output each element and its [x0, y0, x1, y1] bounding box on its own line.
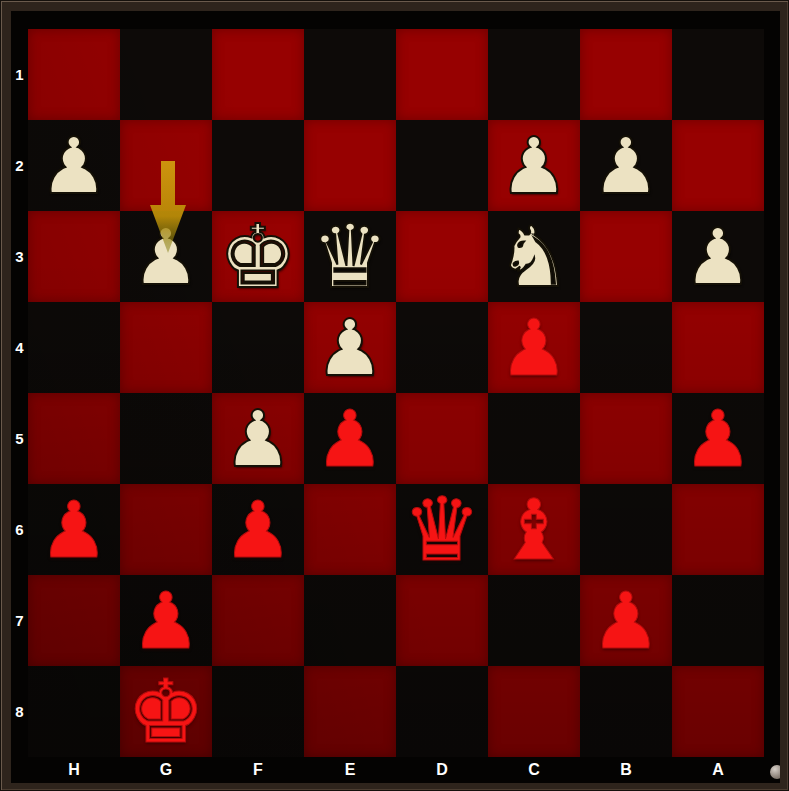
square-a4[interactable] — [672, 302, 764, 393]
square-h6[interactable]: ♟ — [28, 484, 120, 575]
square-b1[interactable] — [580, 29, 672, 120]
white-pawn[interactable]: ♟ — [488, 120, 580, 211]
square-f3[interactable]: ♚ — [212, 211, 304, 302]
red-pawn[interactable]: ♟ — [580, 575, 672, 666]
rank-label-1: 1 — [11, 29, 28, 120]
square-b7[interactable]: ♟ — [580, 575, 672, 666]
square-h4[interactable] — [28, 302, 120, 393]
chess-board-window: 12♟♟♟3♟♚♛♞♟4♟♟5♟♟♟6♟♟♛♝7♟♟8♚HGFEDCBA — [0, 0, 789, 791]
square-h8[interactable] — [28, 666, 120, 757]
square-a3[interactable]: ♟ — [672, 211, 764, 302]
square-g6[interactable] — [120, 484, 212, 575]
square-b5[interactable] — [580, 393, 672, 484]
square-c5[interactable] — [488, 393, 580, 484]
square-f6[interactable]: ♟ — [212, 484, 304, 575]
red-pawn[interactable]: ♟ — [304, 393, 396, 484]
square-f5[interactable]: ♟ — [212, 393, 304, 484]
square-a8[interactable] — [672, 666, 764, 757]
file-label-h: H — [28, 757, 120, 783]
file-label-c: C — [488, 757, 580, 783]
square-d2[interactable] — [396, 120, 488, 211]
square-c8[interactable] — [488, 666, 580, 757]
square-e8[interactable] — [304, 666, 396, 757]
square-a6[interactable] — [672, 484, 764, 575]
red-king[interactable]: ♚ — [120, 666, 212, 757]
square-h1[interactable] — [28, 29, 120, 120]
square-f7[interactable] — [212, 575, 304, 666]
square-d4[interactable] — [396, 302, 488, 393]
square-b3[interactable] — [580, 211, 672, 302]
white-pawn[interactable]: ♟ — [28, 120, 120, 211]
square-b2[interactable]: ♟ — [580, 120, 672, 211]
square-c3[interactable]: ♞ — [488, 211, 580, 302]
square-f2[interactable] — [212, 120, 304, 211]
square-c1[interactable] — [488, 29, 580, 120]
red-bishop[interactable]: ♝ — [488, 484, 580, 575]
chess-board: 12♟♟♟3♟♚♛♞♟4♟♟5♟♟♟6♟♟♛♝7♟♟8♚HGFEDCBA — [11, 11, 764, 783]
square-g8[interactable]: ♚ — [120, 666, 212, 757]
white-king[interactable]: ♚ — [212, 211, 304, 302]
square-g1[interactable] — [120, 29, 212, 120]
square-a1[interactable] — [672, 29, 764, 120]
red-pawn[interactable]: ♟ — [120, 575, 212, 666]
square-d8[interactable] — [396, 666, 488, 757]
square-h3[interactable] — [28, 211, 120, 302]
square-a5[interactable]: ♟ — [672, 393, 764, 484]
square-f1[interactable] — [212, 29, 304, 120]
square-a7[interactable] — [672, 575, 764, 666]
white-queen[interactable]: ♛ — [304, 211, 396, 302]
resize-grip-dot[interactable] — [770, 765, 780, 779]
square-g7[interactable]: ♟ — [120, 575, 212, 666]
square-h5[interactable] — [28, 393, 120, 484]
square-b4[interactable] — [580, 302, 672, 393]
square-c2[interactable]: ♟ — [488, 120, 580, 211]
square-g2[interactable] — [120, 120, 212, 211]
square-a2[interactable] — [672, 120, 764, 211]
rank-label-3: 3 — [11, 211, 28, 302]
square-e5[interactable]: ♟ — [304, 393, 396, 484]
rank-label-4: 4 — [11, 302, 28, 393]
square-h7[interactable] — [28, 575, 120, 666]
square-g4[interactable] — [120, 302, 212, 393]
rank-label-8: 8 — [11, 666, 28, 757]
square-h2[interactable]: ♟ — [28, 120, 120, 211]
square-b6[interactable] — [580, 484, 672, 575]
square-g3[interactable]: ♟ — [120, 211, 212, 302]
red-pawn[interactable]: ♟ — [212, 484, 304, 575]
file-label-e: E — [304, 757, 396, 783]
white-pawn[interactable]: ♟ — [212, 393, 304, 484]
file-label-d: D — [396, 757, 488, 783]
square-e2[interactable] — [304, 120, 396, 211]
red-pawn[interactable]: ♟ — [28, 484, 120, 575]
rank-label-7: 7 — [11, 575, 28, 666]
rank-label-6: 6 — [11, 484, 28, 575]
square-d1[interactable] — [396, 29, 488, 120]
square-c7[interactable] — [488, 575, 580, 666]
file-label-a: A — [672, 757, 764, 783]
square-f8[interactable] — [212, 666, 304, 757]
red-queen[interactable]: ♛ — [396, 484, 488, 575]
rank-label-2: 2 — [11, 120, 28, 211]
red-pawn[interactable]: ♟ — [488, 302, 580, 393]
square-e3[interactable]: ♛ — [304, 211, 396, 302]
square-d6[interactable]: ♛ — [396, 484, 488, 575]
square-g5[interactable] — [120, 393, 212, 484]
square-e7[interactable] — [304, 575, 396, 666]
square-e6[interactable] — [304, 484, 396, 575]
white-pawn[interactable]: ♟ — [120, 211, 212, 302]
square-b8[interactable] — [580, 666, 672, 757]
file-label-f: F — [212, 757, 304, 783]
square-d7[interactable] — [396, 575, 488, 666]
square-d5[interactable] — [396, 393, 488, 484]
white-pawn[interactable]: ♟ — [580, 120, 672, 211]
white-knight[interactable]: ♞ — [488, 211, 580, 302]
white-pawn[interactable]: ♟ — [304, 302, 396, 393]
square-f4[interactable] — [212, 302, 304, 393]
board-area: 12♟♟♟3♟♚♛♞♟4♟♟5♟♟♟6♟♟♛♝7♟♟8♚HGFEDCBA — [11, 11, 780, 783]
file-label-b: B — [580, 757, 672, 783]
rank-label-5: 5 — [11, 393, 28, 484]
white-pawn[interactable]: ♟ — [672, 211, 764, 302]
square-d3[interactable] — [396, 211, 488, 302]
red-pawn[interactable]: ♟ — [672, 393, 764, 484]
square-c4[interactable]: ♟ — [488, 302, 580, 393]
square-e1[interactable] — [304, 29, 396, 120]
square-e4[interactable]: ♟ — [304, 302, 396, 393]
square-c6[interactable]: ♝ — [488, 484, 580, 575]
